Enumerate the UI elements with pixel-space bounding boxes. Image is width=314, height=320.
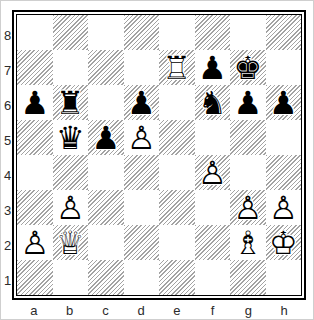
black-pawn-icon: ♟ bbox=[230, 85, 266, 120]
square-b3[interactable]: ♟♙ bbox=[53, 190, 89, 225]
black-pawn-icon: ♟ bbox=[88, 120, 124, 155]
rank-label-3: 3 bbox=[1, 189, 14, 224]
square-d3[interactable] bbox=[124, 190, 160, 225]
square-b8[interactable] bbox=[53, 15, 89, 50]
square-g2[interactable]: ♝♗ bbox=[230, 225, 266, 260]
piece-mask: ♜ bbox=[159, 50, 195, 85]
file-label-a: a bbox=[16, 303, 52, 319]
black-rook-icon: ♜ bbox=[53, 85, 89, 120]
square-c3[interactable] bbox=[88, 190, 124, 225]
piece-mask: ♛ bbox=[53, 225, 89, 260]
black-queen-icon: ♛ bbox=[53, 120, 89, 155]
square-f2[interactable] bbox=[195, 225, 231, 260]
piece-mask: ♟ bbox=[195, 50, 231, 85]
rank-label-6: 6 bbox=[1, 84, 14, 119]
black-pawn-icon: ♟ bbox=[17, 85, 53, 120]
white-pawn-icon: ♙ bbox=[53, 190, 89, 225]
square-e3[interactable] bbox=[159, 190, 195, 225]
file-label-d: d bbox=[123, 303, 159, 319]
file-label-b: b bbox=[52, 303, 88, 319]
rank-label-8: 8 bbox=[1, 14, 14, 49]
square-h7[interactable] bbox=[266, 50, 302, 85]
square-d5[interactable]: ♟♙ bbox=[124, 120, 160, 155]
square-c4[interactable] bbox=[88, 155, 124, 190]
piece-mask: ♜ bbox=[53, 85, 89, 120]
square-f4[interactable]: ♟♙ bbox=[195, 155, 231, 190]
square-g4[interactable] bbox=[230, 155, 266, 190]
piece-mask: ♞ bbox=[195, 85, 231, 120]
square-a5[interactable] bbox=[17, 120, 53, 155]
piece-mask: ♚ bbox=[266, 225, 302, 260]
piece-mask: ♟ bbox=[124, 85, 160, 120]
black-pawn-icon: ♟ bbox=[266, 85, 302, 120]
piece-mask: ♟ bbox=[266, 190, 302, 225]
square-b6[interactable]: ♜♜ bbox=[53, 85, 89, 120]
square-h3[interactable]: ♟♙ bbox=[266, 190, 302, 225]
square-f7[interactable]: ♟♟ bbox=[195, 50, 231, 85]
piece-mask: ♟ bbox=[88, 120, 124, 155]
white-pawn-icon: ♙ bbox=[230, 190, 266, 225]
black-pawn-icon: ♟ bbox=[195, 50, 231, 85]
black-pawn-icon: ♟ bbox=[124, 85, 160, 120]
square-e6[interactable] bbox=[159, 85, 195, 120]
square-h5[interactable] bbox=[266, 120, 302, 155]
board-grid: ♜♖♟♟♚♚♟♟♜♜♟♟♞♞♟♟♟♟♛♛♟♟♟♙♟♙♟♙♟♙♟♙♟♙♛♕♝♗♚♔ bbox=[17, 15, 301, 295]
square-a2[interactable]: ♟♙ bbox=[17, 225, 53, 260]
piece-mask: ♟ bbox=[17, 225, 53, 260]
square-g7[interactable]: ♚♚ bbox=[230, 50, 266, 85]
square-b4[interactable] bbox=[53, 155, 89, 190]
chess-board: ♜♖♟♟♚♚♟♟♜♜♟♟♞♞♟♟♟♟♛♛♟♟♟♙♟♙♟♙♟♙♟♙♟♙♛♕♝♗♚♔ bbox=[16, 14, 302, 296]
square-f6[interactable]: ♞♞ bbox=[195, 85, 231, 120]
square-c5[interactable]: ♟♟ bbox=[88, 120, 124, 155]
square-e7[interactable]: ♜♖ bbox=[159, 50, 195, 85]
piece-mask: ♝ bbox=[230, 225, 266, 260]
square-h6[interactable]: ♟♟ bbox=[266, 85, 302, 120]
square-h8[interactable] bbox=[266, 15, 302, 50]
square-e8[interactable] bbox=[159, 15, 195, 50]
chess-diagram: 87654321 ♜♖♟♟♚♚♟♟♜♜♟♟♞♞♟♟♟♟♛♛♟♟♟♙♟♙♟♙♟♙♟… bbox=[0, 0, 314, 320]
square-c8[interactable] bbox=[88, 15, 124, 50]
piece-mask: ♟ bbox=[53, 190, 89, 225]
square-b1[interactable] bbox=[53, 260, 89, 295]
square-e2[interactable] bbox=[159, 225, 195, 260]
square-g5[interactable] bbox=[230, 120, 266, 155]
piece-mask: ♛ bbox=[53, 120, 89, 155]
white-pawn-icon: ♙ bbox=[266, 190, 302, 225]
black-king-icon: ♚ bbox=[230, 50, 266, 85]
file-label-g: g bbox=[231, 303, 267, 319]
file-label-c: c bbox=[88, 303, 124, 319]
file-labels: abcdefgh bbox=[16, 303, 302, 319]
file-label-h: h bbox=[266, 303, 302, 319]
square-a7[interactable] bbox=[17, 50, 53, 85]
square-a4[interactable] bbox=[17, 155, 53, 190]
square-d6[interactable]: ♟♟ bbox=[124, 85, 160, 120]
square-h1[interactable] bbox=[266, 260, 302, 295]
rank-label-7: 7 bbox=[1, 49, 14, 84]
square-f1[interactable] bbox=[195, 260, 231, 295]
square-h4[interactable] bbox=[266, 155, 302, 190]
white-pawn-icon: ♙ bbox=[17, 225, 53, 260]
rank-label-4: 4 bbox=[1, 154, 14, 189]
rank-label-1: 1 bbox=[1, 259, 14, 294]
square-c1[interactable] bbox=[88, 260, 124, 295]
square-d8[interactable] bbox=[124, 15, 160, 50]
square-h2[interactable]: ♚♔ bbox=[266, 225, 302, 260]
square-g3[interactable]: ♟♙ bbox=[230, 190, 266, 225]
rank-labels: 87654321 bbox=[1, 14, 14, 294]
white-queen-icon: ♕ bbox=[53, 225, 89, 260]
square-a3[interactable] bbox=[17, 190, 53, 225]
square-g8[interactable] bbox=[230, 15, 266, 50]
piece-mask: ♟ bbox=[195, 155, 231, 190]
rank-label-5: 5 bbox=[1, 119, 14, 154]
piece-mask: ♟ bbox=[230, 85, 266, 120]
square-e5[interactable] bbox=[159, 120, 195, 155]
piece-mask: ♟ bbox=[230, 190, 266, 225]
square-f3[interactable] bbox=[195, 190, 231, 225]
square-c2[interactable] bbox=[88, 225, 124, 260]
square-c6[interactable] bbox=[88, 85, 124, 120]
file-label-f: f bbox=[195, 303, 231, 319]
white-rook-icon: ♖ bbox=[159, 50, 195, 85]
square-b7[interactable] bbox=[53, 50, 89, 85]
square-e1[interactable] bbox=[159, 260, 195, 295]
square-g1[interactable] bbox=[230, 260, 266, 295]
white-pawn-icon: ♙ bbox=[195, 155, 231, 190]
square-d2[interactable] bbox=[124, 225, 160, 260]
square-d4[interactable] bbox=[124, 155, 160, 190]
rank-label-2: 2 bbox=[1, 224, 14, 259]
square-a6[interactable]: ♟♟ bbox=[17, 85, 53, 120]
square-b2[interactable]: ♛♕ bbox=[53, 225, 89, 260]
square-b5[interactable]: ♛♛ bbox=[53, 120, 89, 155]
white-pawn-icon: ♙ bbox=[124, 120, 160, 155]
piece-mask: ♚ bbox=[230, 50, 266, 85]
white-bishop-icon: ♗ bbox=[230, 225, 266, 260]
square-d1[interactable] bbox=[124, 260, 160, 295]
square-d7[interactable] bbox=[124, 50, 160, 85]
white-king-icon: ♔ bbox=[266, 225, 302, 260]
piece-mask: ♟ bbox=[266, 85, 302, 120]
piece-mask: ♟ bbox=[17, 85, 53, 120]
square-e4[interactable] bbox=[159, 155, 195, 190]
square-f5[interactable] bbox=[195, 120, 231, 155]
square-g6[interactable]: ♟♟ bbox=[230, 85, 266, 120]
piece-mask: ♟ bbox=[124, 120, 160, 155]
square-f8[interactable] bbox=[195, 15, 231, 50]
file-label-e: e bbox=[159, 303, 195, 319]
square-a8[interactable] bbox=[17, 15, 53, 50]
square-a1[interactable] bbox=[17, 260, 53, 295]
square-c7[interactable] bbox=[88, 50, 124, 85]
black-knight-icon: ♞ bbox=[195, 85, 231, 120]
